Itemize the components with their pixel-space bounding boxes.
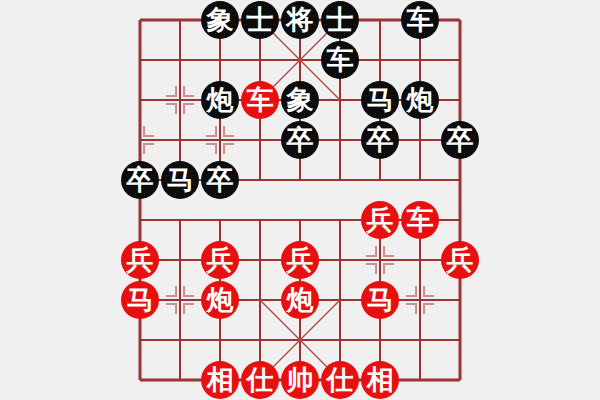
piece-red-rook[interactable]: 车 <box>241 81 279 119</box>
piece-black-pawn[interactable]: 卒 <box>361 121 399 159</box>
piece-black-pawn[interactable]: 卒 <box>121 161 159 199</box>
piece-red-pawn[interactable]: 兵 <box>201 241 239 279</box>
piece-black-horse[interactable]: 马 <box>161 161 199 199</box>
piece-black-advisor[interactable]: 士 <box>321 1 359 39</box>
piece-red-rook[interactable]: 车 <box>401 201 439 239</box>
piece-red-pawn[interactable]: 兵 <box>361 201 399 239</box>
piece-black-advisor[interactable]: 士 <box>241 1 279 39</box>
piece-black-king[interactable]: 将 <box>281 1 319 39</box>
piece-black-pawn[interactable]: 卒 <box>201 161 239 199</box>
piece-black-cannon[interactable]: 炮 <box>401 81 439 119</box>
piece-red-cannon[interactable]: 炮 <box>201 281 239 319</box>
piece-black-pawn[interactable]: 卒 <box>281 121 319 159</box>
piece-black-rook[interactable]: 车 <box>321 41 359 79</box>
xiangqi-board[interactable]: 象士将士车车炮车象马炮卒卒卒卒马卒兵车兵兵兵兵马炮炮马相仕帅仕相 <box>120 0 480 400</box>
piece-black-elephant[interactable]: 象 <box>281 81 319 119</box>
piece-red-cannon[interactable]: 炮 <box>281 281 319 319</box>
piece-red-horse[interactable]: 马 <box>121 281 159 319</box>
xiangqi-app: 象士将士车车炮车象马炮卒卒卒卒马卒兵车兵兵兵兵马炮炮马相仕帅仕相 <box>0 0 600 400</box>
piece-red-elephant[interactable]: 相 <box>201 361 239 399</box>
piece-black-horse[interactable]: 马 <box>361 81 399 119</box>
piece-black-cannon[interactable]: 炮 <box>201 81 239 119</box>
piece-red-king[interactable]: 帅 <box>281 361 319 399</box>
piece-red-pawn[interactable]: 兵 <box>281 241 319 279</box>
piece-red-pawn[interactable]: 兵 <box>121 241 159 279</box>
piece-black-pawn[interactable]: 卒 <box>441 121 479 159</box>
piece-red-elephant[interactable]: 相 <box>361 361 399 399</box>
piece-black-rook[interactable]: 车 <box>401 1 439 39</box>
piece-black-elephant[interactable]: 象 <box>201 1 239 39</box>
piece-red-advisor[interactable]: 仕 <box>321 361 359 399</box>
piece-red-advisor[interactable]: 仕 <box>241 361 279 399</box>
piece-red-pawn[interactable]: 兵 <box>441 241 479 279</box>
piece-red-horse[interactable]: 马 <box>361 281 399 319</box>
